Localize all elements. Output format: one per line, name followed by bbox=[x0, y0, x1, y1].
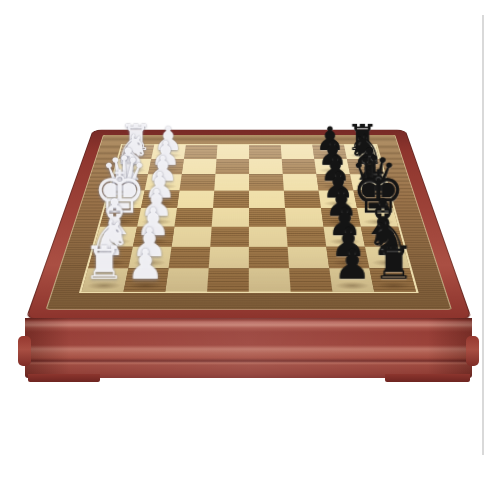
board-square bbox=[249, 247, 289, 269]
box-molding-left-corner bbox=[18, 336, 31, 366]
board-square bbox=[165, 268, 208, 291]
board-square bbox=[249, 268, 291, 291]
board-square bbox=[285, 208, 324, 227]
board-square bbox=[207, 268, 249, 291]
scrollbar[interactable] bbox=[482, 15, 484, 455]
board-square bbox=[209, 247, 249, 269]
box-foot-right bbox=[385, 374, 470, 382]
board-square bbox=[249, 208, 286, 227]
board-square bbox=[212, 208, 249, 227]
box-molding-right-corner bbox=[466, 336, 479, 366]
board-square bbox=[174, 208, 213, 227]
board-square bbox=[215, 159, 249, 174]
board-square bbox=[286, 227, 326, 247]
board-square bbox=[177, 191, 214, 208]
box-foot-left bbox=[28, 374, 100, 382]
board-square bbox=[249, 191, 285, 208]
chess-piece-black-pawn: ♟ bbox=[334, 244, 371, 285]
board-square bbox=[179, 174, 215, 190]
board-square bbox=[289, 268, 332, 291]
board-square bbox=[249, 145, 282, 159]
board-square bbox=[172, 227, 212, 247]
board-walnut-border: ♜♟♟♜♞♟♟♞♝♟♟♝♛♟♟♛♚♟♟♚♝♟♟♝♞♟♟♞♜♟♟♜ bbox=[46, 135, 452, 310]
board-square bbox=[284, 191, 321, 208]
board-square bbox=[182, 159, 217, 174]
product-photo: ♜♟♟♜♞♟♟♞♝♟♟♝♛♟♟♛♚♟♟♚♝♟♟♝♞♟♟♞♜♟♟♜ bbox=[0, 0, 500, 494]
board-square bbox=[281, 145, 315, 159]
board-square bbox=[216, 145, 249, 159]
chess-board-grid: ♜♟♟♜♞♟♟♞♝♟♟♝♛♟♟♛♚♟♟♚♝♟♟♝♞♟♟♞♜♟♟♜ bbox=[82, 145, 416, 292]
board-square: ♟ bbox=[123, 268, 168, 291]
chess-board: ♜♟♟♜♞♟♟♞♝♟♟♝♛♟♟♛♚♟♟♚♝♟♟♝♞♟♟♞♜♟♟♜ bbox=[25, 130, 472, 320]
board-square bbox=[282, 159, 317, 174]
chess-piece-white-rook: ♜ bbox=[83, 240, 124, 286]
box-front-face bbox=[25, 318, 472, 378]
chess-piece-black-rook: ♜ bbox=[373, 240, 414, 286]
board-square bbox=[184, 145, 218, 159]
board-red-frame: ♜♟♟♜♞♟♟♞♝♟♟♝♛♟♟♛♚♟♟♚♝♟♟♝♞♟♟♞♜♟♟♜ bbox=[25, 130, 472, 320]
board-square bbox=[213, 191, 249, 208]
board-square bbox=[288, 247, 330, 269]
chess-piece-white-pawn: ♟ bbox=[127, 244, 164, 285]
board-square bbox=[210, 227, 249, 247]
board-square bbox=[249, 174, 284, 190]
board-square: ♟ bbox=[329, 268, 374, 291]
board-square bbox=[214, 174, 249, 190]
board-square: ♜ bbox=[82, 268, 129, 291]
board-square bbox=[283, 174, 319, 190]
board-square bbox=[169, 247, 211, 269]
board-square bbox=[249, 227, 288, 247]
board-square bbox=[249, 159, 283, 174]
board-square: ♜ bbox=[369, 268, 416, 291]
